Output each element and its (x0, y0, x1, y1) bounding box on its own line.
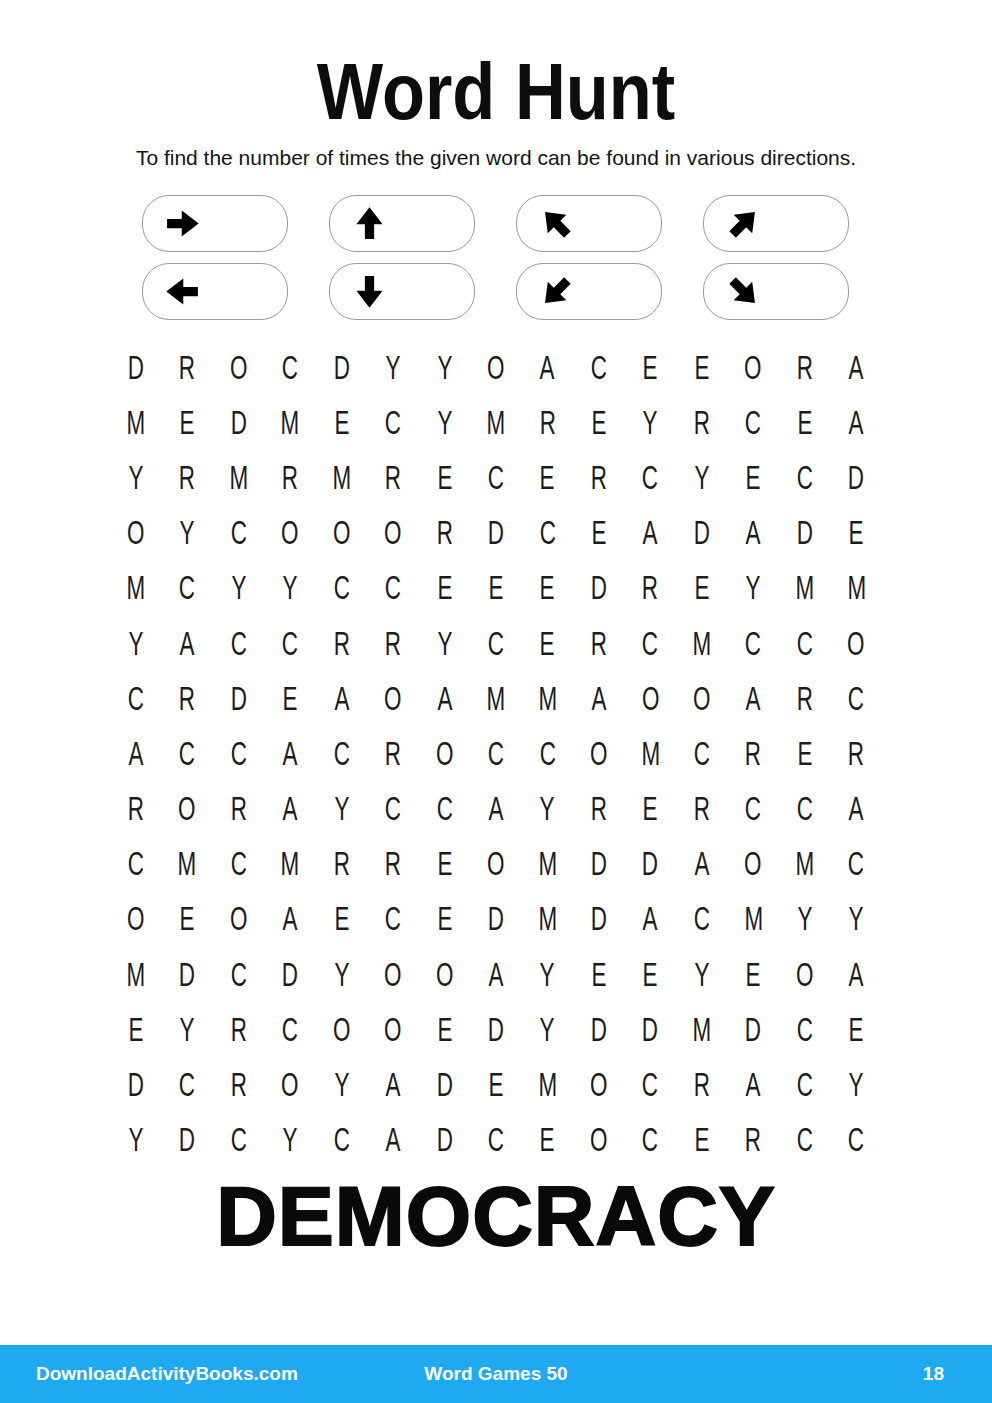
grid-cell: A (367, 1057, 418, 1112)
direction-answer-box-up-left[interactable] (516, 195, 662, 252)
grid-letter: M (281, 845, 300, 883)
grid-cell: C (522, 506, 573, 561)
grid-cell: O (367, 506, 418, 561)
grid-cell: C (831, 837, 882, 892)
grid-cell: Y (831, 892, 882, 947)
grid-letter: R (179, 459, 195, 497)
target-word: DEMOCRACY (0, 1172, 992, 1260)
grid-cell: A (831, 340, 882, 395)
grid-letter: D (231, 680, 247, 718)
direction-answer-box-down-left[interactable] (516, 263, 662, 320)
grid-letter: E (797, 404, 812, 442)
grid-cell: C (831, 671, 882, 726)
grid-letter: C (745, 404, 761, 442)
grid-cell: R (676, 782, 727, 837)
grid-cell: R (161, 340, 212, 395)
grid-letter: E (797, 735, 812, 773)
grid-cell: E (470, 561, 521, 616)
grid-cell: C (625, 1057, 676, 1112)
grid-cell: A (831, 947, 882, 1002)
grid-letter: C (128, 845, 144, 883)
grid-letter: A (849, 956, 864, 994)
grid-cell: C (831, 1113, 882, 1168)
grid-cell: Y (110, 1113, 161, 1168)
grid-letter: A (283, 790, 298, 828)
grid-letter: Y (437, 404, 452, 442)
grid-letter: R (385, 625, 401, 663)
grid-letter: C (745, 790, 761, 828)
grid-letter: O (693, 680, 710, 718)
grid-cell: D (213, 671, 264, 726)
grid-cell: M (264, 837, 315, 892)
grid-letter: E (849, 514, 864, 552)
grid-letter: M (126, 569, 145, 607)
grid-letter: Y (437, 625, 452, 663)
grid-cell: D (470, 892, 521, 947)
grid-letter: R (694, 404, 710, 442)
grid-letter: R (436, 514, 452, 552)
grid-cell: E (676, 1113, 727, 1168)
grid-letter: Y (180, 1011, 195, 1049)
grid-cell: Y (676, 947, 727, 1002)
grid-letter: M (487, 404, 506, 442)
grid-cell: O (573, 726, 624, 781)
left-arrow-icon (164, 273, 201, 310)
grid-letter: R (128, 790, 144, 828)
grid-letter: D (436, 1066, 452, 1104)
grid-cell: C (213, 947, 264, 1002)
grid-cell: C (316, 561, 367, 616)
direction-answer-box-down-right[interactable] (703, 263, 849, 320)
grid-letter: C (642, 1121, 658, 1159)
grid-cell: O (419, 726, 470, 781)
grid-letter: C (282, 1011, 298, 1049)
grid-letter: C (385, 404, 401, 442)
grid-letter: E (540, 459, 555, 497)
grid-letter: O (384, 680, 401, 718)
grid-letter: M (744, 900, 763, 938)
grid-letter: E (540, 625, 555, 663)
grid-cell: O (419, 947, 470, 1002)
grid-cell: D (625, 1002, 676, 1057)
grid-cell: A (367, 1113, 418, 1168)
grid-cell: C (213, 837, 264, 892)
grid-letter: A (334, 680, 349, 718)
down-left-arrow-icon (530, 265, 582, 317)
grid-letter: M (126, 956, 145, 994)
grid-letter: Y (694, 459, 709, 497)
grid-cell: O (573, 1113, 624, 1168)
grid-letter: C (231, 735, 247, 773)
grid-letter: D (848, 459, 864, 497)
grid-letter: E (334, 900, 349, 938)
grid-letter: Y (128, 1121, 143, 1159)
grid-letter: E (746, 459, 761, 497)
grid-cell: E (831, 506, 882, 561)
grid-letter: C (488, 735, 504, 773)
grid-cell: E (110, 1002, 161, 1057)
grid-letter: C (436, 790, 452, 828)
grid-letter: A (540, 349, 555, 387)
down-right-arrow-icon (717, 265, 769, 317)
grid-letter: O (745, 845, 762, 883)
grid-letter: O (384, 956, 401, 994)
grid-cell: C (470, 450, 521, 505)
grid-letter: O (333, 514, 350, 552)
direction-answer-box-left[interactable] (142, 263, 288, 320)
footer-page-number: 18 (923, 1363, 944, 1385)
grid-letter: R (797, 680, 813, 718)
grid-cell: C (161, 726, 212, 781)
grid-cell: D (573, 561, 624, 616)
grid-letter: D (488, 1011, 504, 1049)
grid-letter: Y (540, 790, 555, 828)
grid-letter: O (590, 1066, 607, 1104)
grid-letter: E (283, 680, 298, 718)
grid-cell: C (625, 1113, 676, 1168)
grid-letter: D (231, 404, 247, 442)
grid-cell: R (367, 726, 418, 781)
instructions-text: To find the number of times the given wo… (0, 146, 992, 170)
grid-cell: E (161, 395, 212, 450)
grid-cell: C (213, 726, 264, 781)
grid-cell: M (110, 561, 161, 616)
grid-cell: R (367, 616, 418, 671)
grid-cell: D (470, 506, 521, 561)
grid-cell: Y (831, 1057, 882, 1112)
grid-cell: R (779, 340, 830, 395)
grid-letter: Y (746, 569, 761, 607)
grid-letter: Y (128, 459, 143, 497)
up-left-arrow-icon (530, 197, 582, 249)
grid-cell: M (779, 561, 830, 616)
grid-letter: C (385, 569, 401, 607)
grid-letter: E (437, 900, 452, 938)
grid-letter: C (745, 625, 761, 663)
grid-letter: O (487, 845, 504, 883)
grid-letter: D (694, 514, 710, 552)
grid-letter: C (848, 845, 864, 883)
page-title: Word Hunt (60, 50, 933, 134)
grid-cell: E (316, 395, 367, 450)
grid-letter: Y (231, 569, 246, 607)
grid-letter: O (487, 349, 504, 387)
grid-cell: M (316, 450, 367, 505)
grid-letter: E (437, 1011, 452, 1049)
grid-letter: O (642, 680, 659, 718)
grid-cell: D (419, 1057, 470, 1112)
grid-cell: D (676, 506, 727, 561)
grid-cell: M (470, 395, 521, 450)
grid-letter: O (333, 1011, 350, 1049)
grid-cell: Y (110, 450, 161, 505)
grid-cell: C (470, 616, 521, 671)
grid-letter: R (179, 349, 195, 387)
grid-cell: C (110, 837, 161, 892)
grid-letter: E (694, 349, 709, 387)
grid-letter: R (539, 404, 555, 442)
grid-letter: C (488, 459, 504, 497)
grid-letter: M (693, 625, 712, 663)
up-arrow-icon (351, 205, 388, 242)
grid-cell: A (316, 671, 367, 726)
footer-bar: DownloadActivityBooks.com Word Games 50 … (0, 1345, 992, 1403)
grid-letter: E (694, 569, 709, 607)
grid-cell: C (161, 561, 212, 616)
grid-cell: R (367, 450, 418, 505)
grid-letter: C (179, 735, 195, 773)
grid-cell: R (213, 782, 264, 837)
grid-cell: Y (419, 616, 470, 671)
grid-letter: D (642, 1011, 658, 1049)
grid-cell: C (470, 726, 521, 781)
grid-cell: C (728, 782, 779, 837)
grid-letter: Y (283, 1121, 298, 1159)
grid-cell: C (779, 1113, 830, 1168)
grid-letter: D (128, 349, 144, 387)
direction-answer-box-down[interactable] (329, 263, 475, 320)
grid-letter: R (385, 735, 401, 773)
grid-letter: Y (694, 956, 709, 994)
grid-letter: A (128, 735, 143, 773)
grid-cell: O (110, 506, 161, 561)
grid-letter: A (489, 956, 504, 994)
grid-letter: R (745, 735, 761, 773)
grid-cell: M (110, 947, 161, 1002)
grid-cell: C (779, 450, 830, 505)
grid-cell: C (779, 616, 830, 671)
grid-letter: R (642, 569, 658, 607)
grid-letter: R (848, 735, 864, 773)
grid-cell: E (573, 506, 624, 561)
grid-letter: O (281, 514, 298, 552)
direction-answer-box-up[interactable] (329, 195, 475, 252)
grid-cell: M (522, 837, 573, 892)
grid-cell: C (779, 1057, 830, 1112)
grid-cell: M (522, 671, 573, 726)
grid-letter: Y (334, 956, 349, 994)
grid-letter: O (590, 1121, 607, 1159)
grid-cell: R (676, 1057, 727, 1112)
grid-cell: M (110, 395, 161, 450)
grid-letter: C (231, 845, 247, 883)
grid-letter: E (591, 404, 606, 442)
grid-cell: Y (728, 561, 779, 616)
grid-letter: C (797, 1066, 813, 1104)
grid-cell: R (522, 395, 573, 450)
grid-letter: E (437, 569, 452, 607)
grid-cell: D (110, 340, 161, 395)
grid-letter: M (178, 845, 197, 883)
grid-letter: O (436, 956, 453, 994)
grid-letter: Y (797, 900, 812, 938)
grid-cell: Y (779, 892, 830, 947)
grid-cell: E (522, 561, 573, 616)
grid-letter: Y (283, 569, 298, 607)
grid-cell: Y (316, 947, 367, 1002)
grid-cell: C (728, 616, 779, 671)
grid-letter: R (231, 1066, 247, 1104)
up-right-arrow-icon (717, 197, 769, 249)
grid-letter: E (489, 1066, 504, 1104)
grid-letter: O (590, 735, 607, 773)
grid-cell: O (264, 506, 315, 561)
grid-letter: D (488, 514, 504, 552)
grid-cell: M (264, 395, 315, 450)
grid-letter: Y (180, 514, 195, 552)
grid-cell: A (264, 782, 315, 837)
grid-letter: C (282, 625, 298, 663)
grid-cell: E (419, 892, 470, 947)
grid-letter: E (591, 956, 606, 994)
grid-cell: C (367, 782, 418, 837)
grid-cell: O (316, 506, 367, 561)
grid-cell: Y (625, 395, 676, 450)
grid-letter: R (333, 845, 349, 883)
grid-letter: M (229, 459, 248, 497)
grid-letter: E (591, 514, 606, 552)
grid-letter: D (436, 1121, 452, 1159)
grid-cell: A (625, 892, 676, 947)
grid-cell: R (110, 782, 161, 837)
grid-letter: O (384, 1011, 401, 1049)
grid-cell: Y (161, 506, 212, 561)
grid-cell: M (470, 671, 521, 726)
grid-letter: Y (334, 1066, 349, 1104)
grid-letter: D (333, 349, 349, 387)
grid-cell: Y (522, 947, 573, 1002)
grid-cell: D (470, 1002, 521, 1057)
grid-cell: R (625, 561, 676, 616)
grid-letter: A (180, 625, 195, 663)
grid-cell: D (779, 506, 830, 561)
grid-cell: E (625, 947, 676, 1002)
grid-cell: O (367, 1002, 418, 1057)
grid-cell: E (676, 340, 727, 395)
grid-letter: A (283, 900, 298, 938)
grid-cell: Y (419, 395, 470, 450)
grid-cell: R (676, 395, 727, 450)
grid-cell: C (264, 1002, 315, 1057)
grid-cell: O (470, 340, 521, 395)
grid-cell: E (625, 782, 676, 837)
grid-cell: E (419, 1002, 470, 1057)
grid-cell: A (110, 726, 161, 781)
grid-letter: R (179, 680, 195, 718)
grid-letter: C (231, 625, 247, 663)
grid-cell: E (419, 837, 470, 892)
grid-letter: C (642, 1066, 658, 1104)
grid-letter: M (693, 1011, 712, 1049)
grid-cell: R (779, 671, 830, 726)
grid-letter: E (128, 1011, 143, 1049)
grid-letter: D (128, 1066, 144, 1104)
grid-cell: D (625, 837, 676, 892)
grid-letter: O (127, 514, 144, 552)
grid-cell: E (522, 616, 573, 671)
grid-letter: R (591, 625, 607, 663)
grid-cell: O (728, 340, 779, 395)
grid-letter: O (436, 735, 453, 773)
grid-cell: C (676, 726, 727, 781)
grid-letter: C (848, 680, 864, 718)
grid-letter: D (488, 900, 504, 938)
grid-cell: D (831, 450, 882, 505)
grid-cell: R (573, 616, 624, 671)
grid-letter: E (489, 569, 504, 607)
grid-cell: R (573, 782, 624, 837)
grid-letter: C (694, 735, 710, 773)
grid-letter: A (643, 900, 658, 938)
grid-cell: Y (522, 782, 573, 837)
grid-cell: A (419, 671, 470, 726)
grid-letter: E (334, 404, 349, 442)
grid-cell: O (110, 892, 161, 947)
grid-letter: O (796, 956, 813, 994)
grid-letter: R (745, 1121, 761, 1159)
grid-cell: E (264, 671, 315, 726)
grid-cell: A (831, 395, 882, 450)
grid-cell: R (264, 450, 315, 505)
right-arrow-icon (164, 205, 201, 242)
direction-answer-box-up-right[interactable] (703, 195, 849, 252)
grid-cell: M (676, 1002, 727, 1057)
grid-cell: A (470, 947, 521, 1002)
grid-cell: Y (264, 561, 315, 616)
grid-letter: O (178, 790, 195, 828)
grid-cell: D (573, 837, 624, 892)
grid-cell: M (522, 1057, 573, 1112)
grid-cell: E (831, 1002, 882, 1057)
grid-letter: A (437, 680, 452, 718)
grid-cell: A (728, 1057, 779, 1112)
grid-letter: D (591, 1011, 607, 1049)
grid-cell: M (161, 837, 212, 892)
grid-letter: D (591, 900, 607, 938)
grid-letter: C (488, 1121, 504, 1159)
grid-cell: O (213, 892, 264, 947)
grid-letter: A (849, 404, 864, 442)
grid-cell: D (110, 1057, 161, 1112)
grid-letter: D (797, 514, 813, 552)
grid-letter: E (180, 900, 195, 938)
grid-letter: A (591, 680, 606, 718)
grid-letter: C (797, 459, 813, 497)
grid-letter: R (694, 1066, 710, 1104)
grid-letter: C (231, 956, 247, 994)
grid-letter: A (694, 845, 709, 883)
grid-cell: R (316, 837, 367, 892)
grid-letter: A (746, 1066, 761, 1104)
grid-cell: A (264, 726, 315, 781)
grid-cell: D (264, 947, 315, 1002)
grid-cell: E (625, 340, 676, 395)
grid-cell: R (213, 1057, 264, 1112)
grid-letter: D (179, 956, 195, 994)
grid-cell: E (522, 450, 573, 505)
grid-letter: C (797, 625, 813, 663)
grid-cell: O (161, 782, 212, 837)
grid-letter: C (488, 625, 504, 663)
grid-cell: O (316, 1002, 367, 1057)
grid-letter: C (333, 735, 349, 773)
grid-cell: C (213, 1113, 264, 1168)
grid-cell: M (779, 837, 830, 892)
direction-answer-box-right[interactable] (142, 195, 288, 252)
direction-buttons (142, 195, 850, 320)
grid-letter: Y (386, 349, 401, 387)
grid-letter: R (591, 459, 607, 497)
